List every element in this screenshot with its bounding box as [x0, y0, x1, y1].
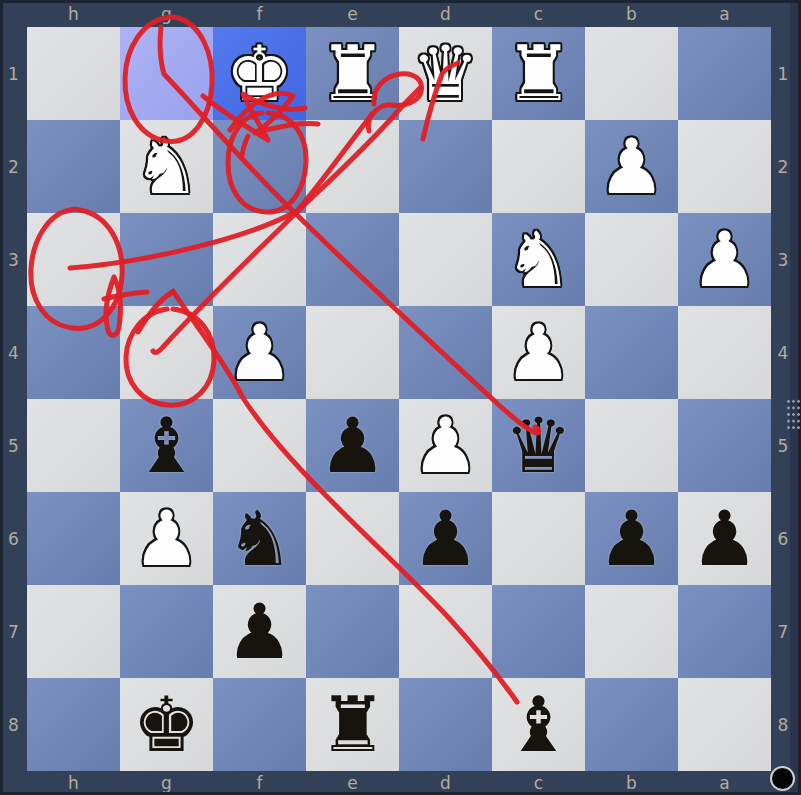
- piece-white-pawn-b2[interactable]: ♟: [585, 120, 678, 213]
- file-label-top-g: g: [120, 2, 213, 26]
- square-h4[interactable]: [27, 306, 120, 399]
- square-b3[interactable]: [585, 213, 678, 306]
- piece-black-bishop-c8[interactable]: ♝: [492, 678, 585, 771]
- square-f3[interactable]: [213, 213, 306, 306]
- rank-label-left-2: 2: [0, 120, 27, 213]
- piece-black-pawn-b6[interactable]: ♟: [585, 492, 678, 585]
- square-h1[interactable]: [27, 27, 120, 120]
- file-label-bottom-e: e: [306, 771, 399, 795]
- square-e6[interactable]: [306, 492, 399, 585]
- square-a2[interactable]: [678, 120, 771, 213]
- square-d4[interactable]: [399, 306, 492, 399]
- square-e4[interactable]: [306, 306, 399, 399]
- file-label-bottom-d: d: [399, 771, 492, 795]
- chess-board-window: ♝♜♚♟♟♟♟♞♟♛♟♟♝♟♟♟♞♟♞♜♛♜♚ hhggffeeddccbbaa…: [0, 0, 801, 795]
- square-b8[interactable]: [585, 678, 678, 771]
- square-h2[interactable]: [27, 120, 120, 213]
- square-b5[interactable]: [585, 399, 678, 492]
- square-h8[interactable]: [27, 678, 120, 771]
- black-to-move-indicator-icon: [770, 766, 795, 791]
- piece-white-pawn-c4[interactable]: ♟: [492, 306, 585, 399]
- file-label-bottom-g: g: [120, 771, 213, 795]
- square-b1[interactable]: [585, 27, 678, 120]
- piece-black-knight-f6[interactable]: ♞: [213, 492, 306, 585]
- square-e3[interactable]: [306, 213, 399, 306]
- square-b7[interactable]: [585, 585, 678, 678]
- piece-black-rook-e8[interactable]: ♜: [306, 678, 399, 771]
- file-label-bottom-c: c: [492, 771, 585, 795]
- file-label-bottom-a: a: [678, 771, 771, 795]
- square-d3[interactable]: [399, 213, 492, 306]
- file-label-top-e: e: [306, 2, 399, 26]
- piece-white-rook-c1[interactable]: ♜: [492, 27, 585, 120]
- piece-white-pawn-f4[interactable]: ♟: [213, 306, 306, 399]
- piece-black-queen-c5[interactable]: ♛: [492, 399, 585, 492]
- piece-black-pawn-e5[interactable]: ♟: [306, 399, 399, 492]
- square-h7[interactable]: [27, 585, 120, 678]
- square-e7[interactable]: [306, 585, 399, 678]
- square-g7[interactable]: [120, 585, 213, 678]
- square-a4[interactable]: [678, 306, 771, 399]
- square-h3[interactable]: [27, 213, 120, 306]
- square-d8[interactable]: [399, 678, 492, 771]
- square-g3[interactable]: [120, 213, 213, 306]
- square-a1[interactable]: [678, 27, 771, 120]
- rank-label-left-8: 8: [0, 678, 27, 771]
- piece-white-queen-d1[interactable]: ♛: [399, 27, 492, 120]
- piece-white-pawn-d5[interactable]: ♟: [399, 399, 492, 492]
- piece-white-knight-g2[interactable]: ♞: [120, 120, 213, 213]
- square-a8[interactable]: [678, 678, 771, 771]
- piece-black-pawn-d6[interactable]: ♟: [399, 492, 492, 585]
- rank-label-left-5: 5: [0, 399, 27, 492]
- square-b4[interactable]: [585, 306, 678, 399]
- square-a7[interactable]: [678, 585, 771, 678]
- square-f8[interactable]: [213, 678, 306, 771]
- rank-label-left-1: 1: [0, 27, 27, 120]
- file-label-bottom-f: f: [213, 771, 306, 795]
- piece-black-bishop-g5[interactable]: ♝: [120, 399, 213, 492]
- piece-white-pawn-a3[interactable]: ♟: [678, 213, 771, 306]
- rank-label-left-4: 4: [0, 306, 27, 399]
- square-g4[interactable]: [120, 306, 213, 399]
- square-d2[interactable]: [399, 120, 492, 213]
- file-label-top-b: b: [585, 2, 678, 26]
- file-label-top-a: a: [678, 2, 771, 26]
- square-f2[interactable]: [213, 120, 306, 213]
- rank-label-left-3: 3: [0, 213, 27, 306]
- file-label-top-d: d: [399, 2, 492, 26]
- square-c7[interactable]: [492, 585, 585, 678]
- board-resize-handle-icon[interactable]: [785, 397, 800, 430]
- file-label-top-c: c: [492, 2, 585, 26]
- piece-black-king-g8[interactable]: ♚: [120, 678, 213, 771]
- square-e2[interactable]: [306, 120, 399, 213]
- piece-white-king-f1[interactable]: ♚: [213, 27, 306, 120]
- square-h5[interactable]: [27, 399, 120, 492]
- piece-white-pawn-g6[interactable]: ♟: [120, 492, 213, 585]
- square-g1[interactable]: [120, 27, 213, 120]
- square-f5[interactable]: [213, 399, 306, 492]
- file-label-top-h: h: [27, 2, 120, 26]
- rank-label-left-7: 7: [0, 585, 27, 678]
- square-d7[interactable]: [399, 585, 492, 678]
- piece-white-knight-c3[interactable]: ♞: [492, 213, 585, 306]
- square-c2[interactable]: [492, 120, 585, 213]
- file-label-top-f: f: [213, 2, 306, 26]
- file-label-bottom-h: h: [27, 771, 120, 795]
- square-h6[interactable]: [27, 492, 120, 585]
- rank-label-left-6: 6: [0, 492, 27, 585]
- piece-white-rook-e1[interactable]: ♜: [306, 27, 399, 120]
- piece-black-pawn-f7[interactable]: ♟: [213, 585, 306, 678]
- square-a5[interactable]: [678, 399, 771, 492]
- file-label-bottom-b: b: [585, 771, 678, 795]
- piece-black-pawn-a6[interactable]: ♟: [678, 492, 771, 585]
- square-c6[interactable]: [492, 492, 585, 585]
